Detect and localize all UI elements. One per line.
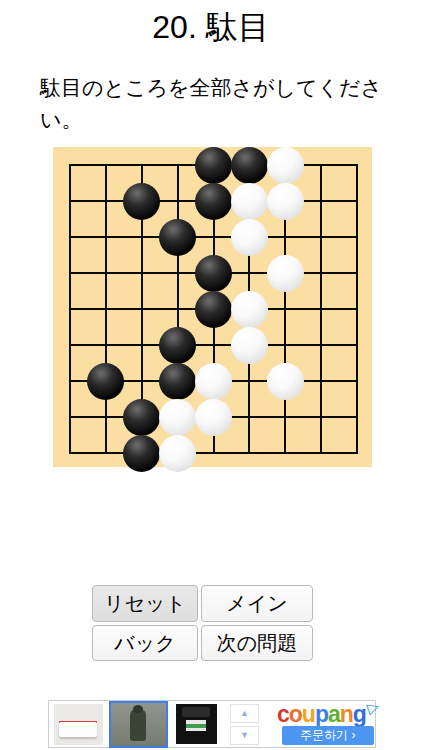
grid-line-vertical (320, 164, 322, 454)
ad-carousel-arrows: ▲ ▼ (230, 704, 259, 745)
white-stone (231, 183, 268, 220)
ad-thumbnail-coat-selected[interactable] (109, 701, 168, 748)
back-button[interactable]: バック (92, 625, 198, 661)
main-button[interactable]: メイン (201, 585, 313, 622)
black-stone (123, 399, 160, 436)
ad-thumbnail-pouch[interactable] (176, 704, 217, 744)
control-buttons: リセット メイン バック 次の問題 (92, 585, 313, 661)
white-stone (231, 327, 268, 364)
white-stone (267, 183, 304, 220)
black-stone (123, 435, 160, 472)
black-stone (123, 183, 160, 220)
pouch-label-stripe (186, 724, 206, 728)
white-stone (267, 363, 304, 400)
ad-banner[interactable]: ▲ ▼ coupang ▷ 주문하기 › (48, 700, 376, 748)
go-board[interactable] (53, 147, 372, 467)
white-stone (231, 219, 268, 256)
white-stone (195, 363, 232, 400)
black-stone (159, 219, 196, 256)
black-stone (195, 183, 232, 220)
page-title: 20. 駄目 (0, 0, 422, 50)
coupang-arrow-icon: ▷ (365, 697, 381, 715)
coat-hood (133, 705, 143, 713)
coupang-logo[interactable]: coupang (277, 703, 366, 725)
black-stone (159, 327, 196, 364)
ad-brand-block: coupang ▷ 주문하기 › (277, 703, 378, 745)
white-stone (231, 291, 268, 328)
black-stone (195, 147, 232, 184)
instruction-text: 駄目のところを全部さがしてください。 (40, 72, 392, 136)
white-stone (159, 399, 196, 436)
black-stone (195, 255, 232, 292)
ad-thumbnail-bench[interactable] (54, 704, 103, 745)
reset-button[interactable]: リセット (92, 585, 198, 622)
carousel-down-icon[interactable]: ▼ (230, 726, 259, 745)
white-stone (267, 255, 304, 292)
next-problem-button[interactable]: 次の問題 (201, 625, 313, 661)
carousel-up-icon[interactable]: ▲ (230, 704, 259, 723)
bench-body (59, 722, 97, 737)
white-stone (195, 399, 232, 436)
white-stone (159, 435, 196, 472)
coat-shape (130, 709, 146, 741)
order-cta-button[interactable]: 주문하기 › (282, 726, 374, 745)
white-stone (267, 147, 304, 184)
black-stone (195, 291, 232, 328)
black-stone (159, 363, 196, 400)
black-stone (87, 363, 124, 400)
black-stone (231, 147, 268, 184)
pouch-top (182, 707, 210, 717)
grid-line-horizontal (69, 344, 358, 346)
